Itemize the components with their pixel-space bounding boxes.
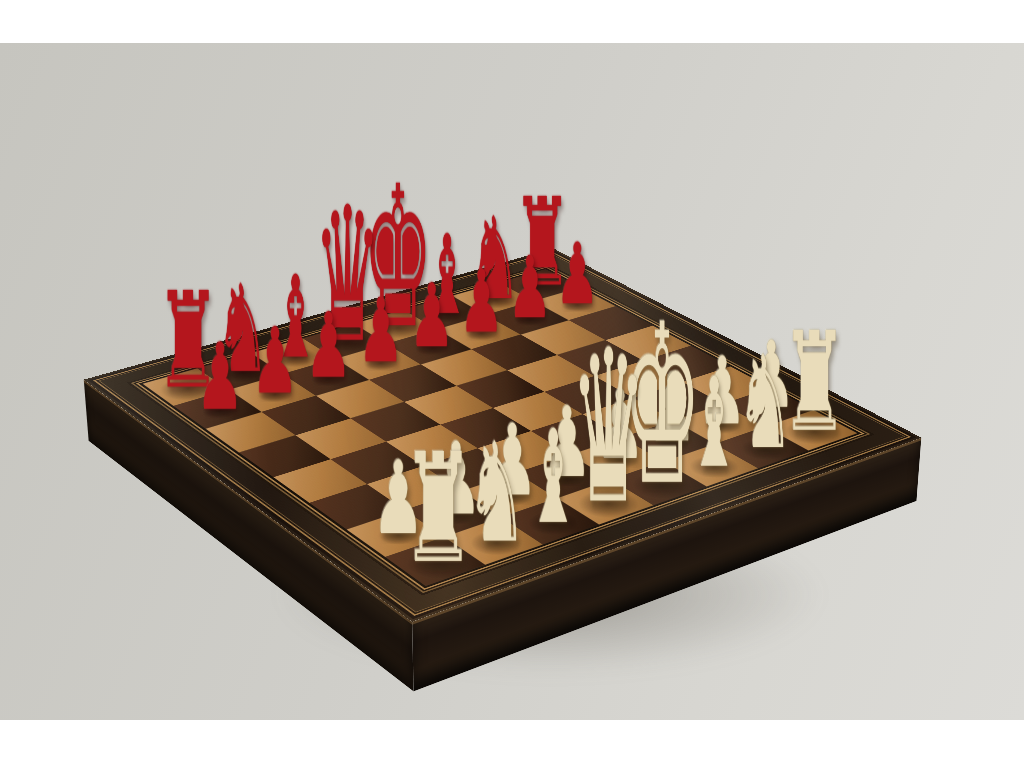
rook-glyph: ♜ xyxy=(401,434,475,584)
bottom-white-bar xyxy=(0,720,1024,768)
pawn-glyph: ♟ xyxy=(358,287,404,376)
pawn-glyph: ♟ xyxy=(305,301,352,391)
queen-glyph: ♛ xyxy=(571,322,647,533)
scene: ♜♞♝♛♚♝♞♜♟♟♟♟♟♟♟♟♟♟♟♟♟♟♟♟♜♞♝♛♚♝♞♜ xyxy=(0,0,1024,768)
pawn-glyph: ♟ xyxy=(196,331,244,423)
bishop-glyph: ♝ xyxy=(527,412,580,541)
pawn-glyph: ♟ xyxy=(409,273,455,361)
chessboard-frame: ♜♞♝♛♚♝♞♜♟♟♟♟♟♟♟♟♟♟♟♟♟♟♟♟♜♞♝♛♚♝♞♜ xyxy=(84,248,922,621)
knight-glyph: ♞ xyxy=(736,339,793,467)
pawn-glyph: ♟ xyxy=(459,259,504,346)
pawn-glyph: ♟ xyxy=(251,316,298,407)
pawn-glyph: ♟ xyxy=(508,246,552,332)
top-white-bar xyxy=(0,0,1024,43)
